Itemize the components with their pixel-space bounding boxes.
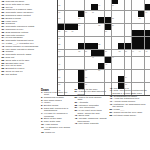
white-cell[interactable]: 2 — [65, 0, 71, 4]
white-cell[interactable] — [125, 17, 131, 23]
black-cell — [145, 37, 150, 43]
white-cell[interactable]: 3 — [71, 0, 77, 4]
white-cell[interactable] — [78, 63, 84, 69]
white-cell[interactable]: 54 — [125, 76, 131, 82]
black-cell — [145, 4, 150, 10]
white-cell[interactable]: 46 — [112, 57, 118, 63]
black-cell — [98, 63, 104, 69]
white-cell[interactable] — [105, 76, 111, 82]
white-cell[interactable] — [132, 63, 138, 69]
black-cell — [85, 43, 91, 49]
white-cell[interactable]: 8 — [118, 0, 124, 4]
white-cell[interactable]: 48 — [105, 63, 111, 69]
clue-number: 12. — [41, 131, 45, 134]
clue-number: 57. — [2, 73, 6, 76]
white-cell[interactable] — [138, 57, 144, 63]
crossword-grid: 1234567891011121314151617181920212223242… — [57, 0, 150, 96]
black-cell — [125, 43, 131, 49]
black-cell — [105, 24, 111, 30]
cell-number: 35 — [78, 50, 80, 52]
cell-number: 32 — [58, 43, 60, 45]
white-cell[interactable] — [112, 11, 118, 17]
cell-number: 47 — [58, 63, 60, 65]
white-cell[interactable] — [132, 4, 138, 10]
white-cell[interactable]: 25 — [98, 24, 104, 30]
white-cell[interactable] — [145, 76, 150, 82]
white-cell[interactable] — [78, 37, 84, 43]
white-cell[interactable] — [118, 11, 124, 17]
white-cell[interactable] — [112, 30, 118, 36]
cell-number: 13 — [58, 4, 60, 6]
white-cell[interactable] — [125, 30, 131, 36]
black-cell — [132, 37, 138, 43]
white-cell[interactable] — [91, 17, 97, 23]
white-cell[interactable] — [138, 4, 144, 10]
white-cell[interactable] — [85, 24, 91, 30]
white-cell[interactable]: 16 — [58, 11, 64, 17]
white-cell[interactable] — [132, 17, 138, 23]
cell-number: 48 — [105, 63, 107, 65]
cell-number: 19 — [145, 11, 147, 13]
white-cell[interactable] — [112, 63, 118, 69]
white-cell[interactable] — [71, 76, 77, 82]
white-cell[interactable] — [145, 17, 150, 23]
white-cell[interactable]: 45 — [91, 57, 97, 63]
clue-number: 39. — [75, 109, 79, 112]
down-clue-list-1: Down 1. There's a dry spell out west2. C… — [41, 89, 71, 135]
white-cell[interactable]: 52 — [58, 76, 64, 82]
white-cell[interactable] — [65, 57, 71, 63]
white-cell[interactable]: 26 — [112, 24, 118, 30]
black-cell — [138, 43, 144, 49]
white-cell[interactable] — [71, 57, 77, 63]
black-cell — [138, 11, 144, 17]
white-cell[interactable] — [65, 63, 71, 69]
black-cell — [145, 30, 150, 36]
white-cell[interactable]: 15 — [112, 4, 118, 10]
white-cell[interactable]: 37 — [105, 50, 111, 56]
white-cell[interactable] — [145, 24, 150, 30]
white-cell[interactable] — [105, 43, 111, 49]
white-cell[interactable] — [85, 4, 91, 10]
clue-entry: 52. Let them know briefly — [110, 115, 150, 117]
white-cell[interactable] — [71, 50, 77, 56]
cell-number: 49 — [58, 69, 60, 71]
white-cell[interactable] — [91, 37, 97, 43]
white-cell[interactable]: 53 — [85, 76, 91, 82]
cell-number: 15 — [112, 4, 114, 6]
white-cell[interactable] — [85, 17, 91, 23]
cell-number: 37 — [105, 50, 107, 52]
down-clue-list-3: 43. The magic e.g.44. New York county co… — [110, 88, 150, 118]
white-cell[interactable] — [125, 4, 131, 10]
white-cell[interactable]: 38 — [118, 50, 124, 56]
white-cell[interactable] — [132, 76, 138, 82]
white-cell[interactable]: 4 — [78, 0, 84, 4]
white-cell[interactable]: 11 — [138, 0, 144, 4]
white-cell[interactable] — [98, 76, 104, 82]
black-cell — [91, 4, 97, 10]
white-cell[interactable] — [145, 70, 150, 76]
black-cell — [98, 50, 104, 56]
white-cell[interactable]: 32 — [58, 43, 64, 49]
clue-number: 6. — [41, 107, 44, 110]
black-cell — [145, 43, 150, 49]
white-cell[interactable] — [132, 24, 138, 30]
clue-number: 42. — [75, 117, 79, 120]
white-cell[interactable]: 33 — [98, 43, 104, 49]
clue-number: 7. — [41, 112, 44, 115]
white-cell[interactable] — [138, 63, 144, 69]
white-cell[interactable]: 17 — [85, 11, 91, 17]
black-cell — [105, 17, 111, 23]
white-cell[interactable] — [132, 70, 138, 76]
white-cell[interactable] — [112, 50, 118, 56]
white-cell[interactable] — [138, 70, 144, 76]
black-cell — [138, 37, 144, 43]
white-cell[interactable] — [65, 37, 71, 43]
white-cell[interactable] — [71, 63, 77, 69]
cell-number: 34 — [58, 50, 60, 52]
white-cell[interactable] — [71, 70, 77, 76]
white-cell[interactable]: 49 — [58, 70, 64, 76]
white-cell[interactable] — [118, 57, 124, 63]
white-cell[interactable] — [85, 57, 91, 63]
white-cell[interactable] — [118, 17, 124, 23]
white-cell[interactable] — [98, 30, 104, 36]
white-cell[interactable] — [125, 11, 131, 17]
cell-number: 52 — [58, 76, 60, 78]
cell-number: 25 — [98, 24, 100, 26]
white-cell[interactable] — [71, 37, 77, 43]
cell-number: 18 — [92, 11, 94, 13]
cell-number: 46 — [112, 56, 114, 58]
white-cell[interactable] — [91, 76, 97, 82]
cell-number: 30 — [105, 30, 107, 32]
cell-number: 29 — [72, 30, 74, 32]
clue-entry: 43. Like some haircuts — [75, 123, 107, 125]
white-cell[interactable] — [98, 11, 104, 17]
black-cell — [132, 30, 138, 36]
white-cell[interactable]: 24 — [78, 24, 84, 30]
white-cell[interactable] — [71, 11, 77, 17]
cell-number: 44 — [58, 56, 60, 58]
white-cell[interactable] — [112, 43, 118, 49]
cell-number: 31 — [58, 37, 60, 39]
cell-number: 24 — [78, 24, 80, 26]
white-cell[interactable]: 31 — [58, 37, 64, 43]
white-cell[interactable] — [71, 17, 77, 23]
cell-number: 45 — [92, 56, 94, 58]
down-clue-list-2: 26. Gnarly to the max27. It helps you st… — [75, 89, 107, 127]
white-cell[interactable]: 27 — [58, 30, 64, 36]
white-cell[interactable] — [118, 70, 124, 76]
white-cell[interactable] — [132, 57, 138, 63]
cell-number: 23 — [138, 17, 140, 19]
white-cell[interactable]: 22 — [112, 17, 118, 23]
white-cell[interactable] — [71, 43, 77, 49]
cell-number: 38 — [118, 50, 120, 52]
white-cell[interactable] — [91, 30, 97, 36]
black-cell — [138, 30, 144, 36]
black-cell — [78, 11, 84, 17]
white-cell[interactable] — [85, 37, 91, 43]
white-cell[interactable] — [91, 63, 97, 69]
white-cell[interactable] — [145, 63, 150, 69]
white-cell[interactable]: 39 — [125, 50, 131, 56]
white-cell[interactable] — [125, 57, 131, 63]
black-cell — [78, 70, 84, 76]
black-cell — [118, 43, 124, 49]
white-cell[interactable] — [132, 11, 138, 17]
white-cell[interactable] — [91, 70, 97, 76]
clue-number: 29. — [75, 96, 79, 99]
white-cell[interactable] — [65, 43, 71, 49]
black-cell — [58, 24, 64, 30]
white-cell[interactable]: 50 — [85, 70, 91, 76]
white-cell[interactable]: 20 — [58, 17, 64, 23]
clue-entry: 12. Warm-up — [41, 132, 71, 134]
white-cell[interactable] — [125, 24, 131, 30]
white-cell[interactable] — [125, 63, 131, 69]
cell-number: 57 — [125, 83, 127, 85]
clue-number: 1. — [41, 91, 44, 94]
white-cell[interactable]: 29 — [71, 30, 77, 36]
white-cell[interactable] — [71, 4, 77, 10]
white-cell[interactable] — [125, 37, 131, 43]
white-cell[interactable] — [112, 76, 118, 82]
white-cell[interactable] — [91, 0, 97, 4]
white-cell[interactable]: 28 — [65, 30, 71, 36]
cell-number: 26 — [112, 24, 114, 26]
white-cell[interactable]: 40 — [132, 50, 138, 56]
white-cell[interactable]: 21 — [78, 17, 84, 23]
white-cell[interactable]: 30 — [105, 30, 111, 36]
white-cell[interactable] — [118, 4, 124, 10]
clue-number: 43. — [75, 122, 79, 125]
cell-number: 42 — [145, 50, 147, 52]
white-cell[interactable] — [65, 50, 71, 56]
clue-number: 52. — [110, 114, 114, 117]
white-cell[interactable]: 18 — [91, 11, 97, 17]
white-cell[interactable]: 7 — [105, 0, 111, 4]
cell-number: 55 — [58, 83, 60, 85]
cell-number: 36 — [85, 50, 87, 52]
white-cell[interactable]: 9 — [125, 0, 131, 4]
clue-number: 27. — [75, 90, 79, 93]
black-cell — [105, 57, 111, 63]
white-cell[interactable] — [105, 11, 111, 17]
white-cell[interactable] — [118, 30, 124, 36]
cell-number: 20 — [58, 17, 60, 19]
cell-number: 14 — [98, 4, 100, 6]
white-cell[interactable] — [65, 11, 71, 17]
white-cell[interactable] — [138, 24, 144, 30]
white-cell[interactable] — [145, 57, 150, 63]
black-cell — [132, 43, 138, 49]
black-cell — [98, 17, 104, 23]
black-cell — [91, 50, 97, 56]
cell-number: 56 — [85, 83, 87, 85]
clue-entry: 57. Net setting — [2, 74, 39, 76]
cell-number: 51 — [98, 69, 100, 71]
black-cell — [91, 43, 97, 49]
white-cell[interactable] — [91, 24, 97, 30]
white-cell[interactable] — [105, 70, 111, 76]
white-cell[interactable] — [65, 76, 71, 82]
clue-number: 11. — [41, 126, 45, 129]
white-cell[interactable]: 36 — [85, 50, 91, 56]
white-cell[interactable]: 42 — [145, 50, 150, 56]
cell-number: 41 — [138, 50, 140, 52]
white-cell[interactable]: 14 — [98, 4, 104, 10]
across-clue-list: 15. Railroad measure16. Perle with harp … — [2, 1, 39, 77]
white-cell[interactable] — [85, 30, 91, 36]
white-cell[interactable] — [118, 37, 124, 43]
white-cell[interactable]: 51 — [98, 70, 104, 76]
cell-number: 53 — [85, 76, 87, 78]
white-cell[interactable] — [65, 70, 71, 76]
white-cell[interactable] — [65, 4, 71, 10]
cell-number: 39 — [125, 50, 127, 52]
black-cell — [71, 24, 77, 30]
cell-number: 21 — [78, 17, 80, 19]
white-cell[interactable]: 5 — [85, 0, 91, 4]
white-cell[interactable] — [145, 0, 150, 4]
cell-number: 40 — [132, 50, 134, 52]
white-cell[interactable]: 10 — [132, 0, 138, 4]
black-cell — [65, 24, 71, 30]
white-cell[interactable] — [112, 70, 118, 76]
cell-number: 16 — [58, 11, 60, 13]
white-cell[interactable] — [125, 70, 131, 76]
white-cell[interactable]: 47 — [58, 63, 64, 69]
white-cell[interactable] — [112, 37, 118, 43]
white-cell[interactable] — [105, 37, 111, 43]
white-cell[interactable]: 19 — [145, 11, 150, 17]
white-cell[interactable] — [118, 24, 124, 30]
black-cell — [78, 76, 84, 82]
white-cell[interactable] — [85, 63, 91, 69]
white-cell[interactable] — [98, 37, 104, 43]
cell-number: 33 — [98, 43, 100, 45]
black-cell — [118, 76, 124, 82]
white-cell[interactable] — [78, 30, 84, 36]
cell-number: 28 — [65, 30, 67, 32]
white-cell[interactable] — [65, 17, 71, 23]
cell-number: 22 — [112, 17, 114, 19]
white-cell[interactable]: 35 — [78, 50, 84, 56]
white-cell[interactable] — [78, 4, 84, 10]
white-cell[interactable] — [138, 76, 144, 82]
white-cell[interactable]: 34 — [58, 50, 64, 56]
white-cell[interactable]: 44 — [58, 57, 64, 63]
crossword-page: 15. Railroad measure16. Perle with harp … — [0, 0, 150, 150]
cell-number: 50 — [85, 69, 87, 71]
clue-number: 49. — [110, 103, 114, 106]
white-cell[interactable] — [78, 57, 84, 63]
cell-number: 27 — [58, 30, 60, 32]
cell-number: 54 — [125, 76, 127, 78]
cell-number: 17 — [85, 11, 87, 13]
white-cell[interactable] — [105, 4, 111, 10]
white-cell[interactable]: 41 — [138, 50, 144, 56]
white-cell[interactable]: 23 — [138, 17, 144, 23]
white-cell[interactable] — [118, 63, 124, 69]
black-cell — [78, 43, 84, 49]
white-cell[interactable]: 13 — [58, 4, 64, 10]
white-cell[interactable] — [98, 57, 104, 63]
clue-number: 44. — [110, 89, 114, 92]
